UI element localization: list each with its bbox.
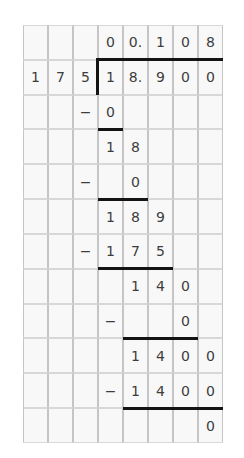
cell-r9c3: [73, 304, 98, 339]
cell-r1c8: 8: [198, 25, 223, 60]
cell-r6c7: [173, 199, 198, 234]
cell-r6c5: 8: [123, 199, 148, 234]
cell-r1c3: [73, 25, 98, 60]
long-division-grid: 00.10817518.900−018−0189−175140−01400−14…: [23, 25, 223, 443]
cell-r12c1: [23, 408, 48, 443]
cell-r6c3: [73, 199, 98, 234]
cell-r10c8: 0: [198, 338, 223, 373]
long-division-worksheet: 00.10817518.900−018−0189−175140−01400−14…: [0, 0, 244, 458]
cell-r10c2: [48, 338, 73, 373]
cell-r3c3: −: [73, 95, 98, 130]
cell-r2c7: 0: [173, 60, 198, 95]
cell-r1c1: [23, 25, 48, 60]
cell-r12c7: [173, 408, 198, 443]
cell-r5c7: [173, 164, 198, 199]
cell-r8c3: [73, 269, 98, 304]
cell-r12c6: [148, 408, 173, 443]
cell-r4c2: [48, 129, 73, 164]
cell-r9c5: [123, 304, 148, 339]
cell-r2c5: 8.: [123, 60, 148, 95]
cell-r9c2: [48, 304, 73, 339]
cell-r8c2: [48, 269, 73, 304]
division-bracket-vertical: [96, 58, 99, 94]
cell-r8c7: 0: [173, 269, 198, 304]
cell-r3c4: 0: [98, 95, 123, 130]
cell-r11c2: [48, 373, 73, 408]
cell-r7c4: 1: [98, 234, 123, 269]
cell-r3c6: [148, 95, 173, 130]
cell-r10c4: [98, 338, 123, 373]
cell-r4c4: 1: [98, 129, 123, 164]
cell-r9c4: −: [98, 304, 123, 339]
cell-r3c5: [123, 95, 148, 130]
cell-r2c4: 1: [98, 60, 123, 95]
cell-r3c8: [198, 95, 223, 130]
cell-r10c6: 4: [148, 338, 173, 373]
cell-r7c6: 5: [148, 234, 173, 269]
cell-r11c3: [73, 373, 98, 408]
cell-r8c8: [198, 269, 223, 304]
cell-r4c1: [23, 129, 48, 164]
cell-r1c2: [48, 25, 73, 60]
cell-r4c6: [148, 129, 173, 164]
cell-r7c5: 7: [123, 234, 148, 269]
cell-r6c8: [198, 199, 223, 234]
cell-r1c7: 0: [173, 25, 198, 60]
cell-r9c7: 0: [173, 304, 198, 339]
cell-r4c3: [73, 129, 98, 164]
cell-r7c2: [48, 234, 73, 269]
cell-r5c5: 0: [123, 164, 148, 199]
cell-r6c1: [23, 199, 48, 234]
cell-r2c8: 0: [198, 60, 223, 95]
cell-r6c4: 1: [98, 199, 123, 234]
cell-r11c5: 1: [123, 373, 148, 408]
cell-r2c6: 9: [148, 60, 173, 95]
cell-r1c4: 0: [98, 25, 123, 60]
cell-r9c6: [148, 304, 173, 339]
cell-r5c3: −: [73, 164, 98, 199]
subtraction-underline: [98, 267, 173, 270]
cell-r5c8: [198, 164, 223, 199]
cell-r4c7: [173, 129, 198, 164]
cell-r12c2: [48, 408, 73, 443]
cell-r7c1: [23, 234, 48, 269]
cell-r12c8: 0: [198, 408, 223, 443]
cell-r4c8: [198, 129, 223, 164]
cell-r11c6: 4: [148, 373, 173, 408]
subtraction-underline: [98, 198, 148, 201]
subtraction-underline: [123, 407, 223, 410]
cell-r7c8: [198, 234, 223, 269]
cell-r3c7: [173, 95, 198, 130]
cell-r10c7: 0: [173, 338, 198, 373]
cell-r5c6: [148, 164, 173, 199]
cell-r9c8: [198, 304, 223, 339]
cell-r11c4: −: [98, 373, 123, 408]
vinculum: [98, 58, 223, 61]
cell-r12c4: [98, 408, 123, 443]
cell-r10c3: [73, 338, 98, 373]
cell-r11c8: 0: [198, 373, 223, 408]
cell-r8c5: 1: [123, 269, 148, 304]
cell-r5c1: [23, 164, 48, 199]
cell-r8c6: 4: [148, 269, 173, 304]
cell-r3c2: [48, 95, 73, 130]
cell-r7c7: [173, 234, 198, 269]
cell-r5c2: [48, 164, 73, 199]
cell-r8c4: [98, 269, 123, 304]
cell-r10c5: 1: [123, 338, 148, 373]
cell-r8c1: [23, 269, 48, 304]
cell-r4c5: 8: [123, 129, 148, 164]
cell-r12c5: [123, 408, 148, 443]
cell-r1c6: 1: [148, 25, 173, 60]
cell-r1c5: 0.: [123, 25, 148, 60]
cell-r7c3: −: [73, 234, 98, 269]
subtraction-underline: [123, 337, 198, 340]
cell-r6c2: [48, 199, 73, 234]
cell-r5c4: [98, 164, 123, 199]
cell-r3c1: [23, 95, 48, 130]
cell-r2c1: 1: [23, 60, 48, 95]
cell-r2c3: 5: [73, 60, 98, 95]
cell-r12c3: [73, 408, 98, 443]
cell-r11c7: 0: [173, 373, 198, 408]
subtraction-underline: [98, 128, 123, 131]
cell-r9c1: [23, 304, 48, 339]
cell-r2c2: 7: [48, 60, 73, 95]
cell-r11c1: [23, 373, 48, 408]
cell-r6c6: 9: [148, 199, 173, 234]
cell-r10c1: [23, 338, 48, 373]
